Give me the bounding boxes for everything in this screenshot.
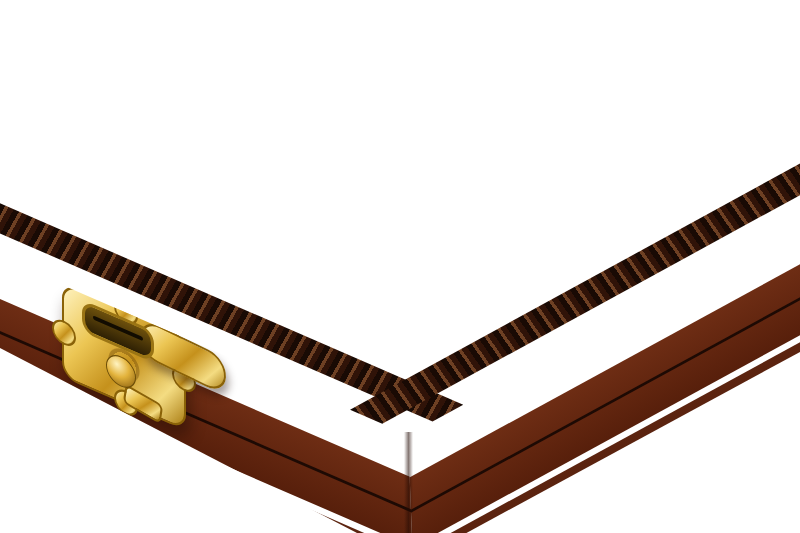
photo-canvas: [0, 0, 800, 533]
corner-edge-shade: [404, 432, 413, 533]
